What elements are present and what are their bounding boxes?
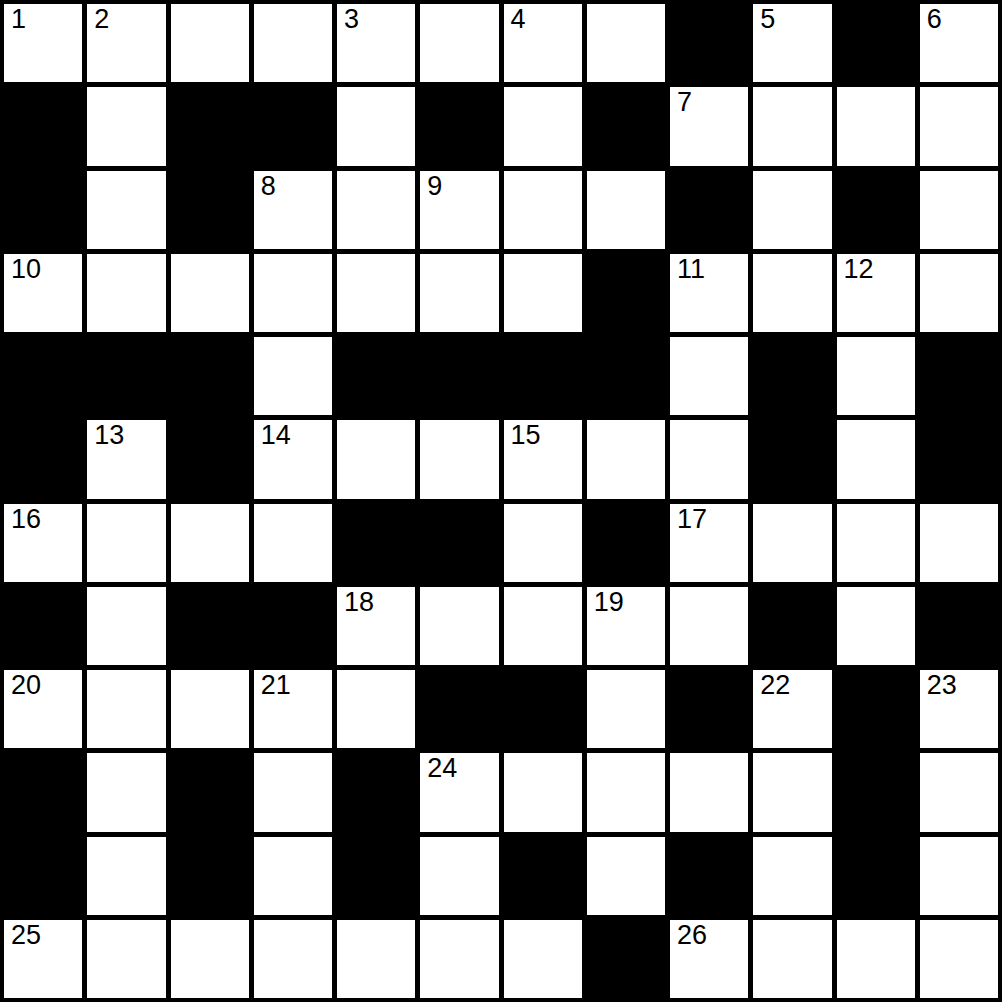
white-cell[interactable] (587, 420, 665, 498)
white-cell[interactable] (87, 87, 165, 165)
white-cell[interactable] (920, 504, 998, 582)
clue-number: 2 (94, 5, 109, 35)
white-cell[interactable] (753, 920, 831, 998)
white-cell[interactable] (587, 837, 665, 915)
clue-number: 16 (11, 505, 41, 535)
black-cell (171, 420, 249, 498)
white-cell[interactable] (504, 504, 582, 582)
white-cell[interactable] (837, 337, 915, 415)
white-cell[interactable] (837, 504, 915, 582)
black-cell (4, 337, 82, 415)
white-cell[interactable]: 16 (4, 504, 82, 582)
white-cell[interactable]: 22 (753, 670, 831, 748)
white-cell[interactable] (504, 920, 582, 998)
clue-number: 11 (677, 255, 705, 285)
clue-number: 21 (261, 671, 291, 701)
white-cell[interactable] (254, 254, 332, 332)
black-cell (420, 87, 498, 165)
white-cell[interactable]: 24 (420, 753, 498, 831)
white-cell[interactable]: 9 (420, 171, 498, 249)
white-cell[interactable] (753, 837, 831, 915)
black-cell (837, 4, 915, 82)
clue-number: 18 (344, 588, 374, 618)
clue-number: 20 (11, 671, 41, 701)
white-cell[interactable] (87, 920, 165, 998)
clue-number: 5 (760, 5, 775, 35)
white-cell[interactable] (171, 254, 249, 332)
clue-number: 10 (11, 255, 41, 285)
black-cell (87, 337, 165, 415)
white-cell[interactable] (670, 753, 748, 831)
white-cell[interactable] (587, 4, 665, 82)
black-cell (504, 337, 582, 415)
white-cell[interactable] (587, 753, 665, 831)
black-cell (504, 837, 582, 915)
black-cell (670, 4, 748, 82)
white-cell[interactable] (837, 420, 915, 498)
white-cell[interactable] (670, 337, 748, 415)
white-cell[interactable] (420, 587, 498, 665)
white-cell[interactable] (837, 87, 915, 165)
clue-number: 9 (427, 172, 442, 202)
white-cell[interactable] (171, 920, 249, 998)
white-cell[interactable] (504, 171, 582, 249)
white-cell[interactable] (420, 4, 498, 82)
black-cell (171, 753, 249, 831)
white-cell[interactable] (753, 254, 831, 332)
white-cell[interactable] (254, 753, 332, 831)
black-cell (171, 337, 249, 415)
white-cell[interactable] (504, 587, 582, 665)
white-cell[interactable] (920, 753, 998, 831)
clue-number: 25 (11, 921, 41, 951)
black-cell (420, 337, 498, 415)
black-cell (337, 337, 415, 415)
clue-number: 24 (427, 754, 457, 784)
clue-number: 1 (11, 5, 26, 35)
white-cell[interactable] (171, 670, 249, 748)
white-cell[interactable] (670, 420, 748, 498)
white-cell[interactable] (420, 420, 498, 498)
black-cell (171, 837, 249, 915)
white-cell[interactable] (87, 670, 165, 748)
clue-number: 14 (261, 421, 291, 451)
white-cell[interactable] (920, 171, 998, 249)
white-cell[interactable]: 5 (753, 4, 831, 82)
black-cell (670, 670, 748, 748)
white-cell[interactable]: 11 (670, 254, 748, 332)
black-cell (4, 420, 82, 498)
black-cell (837, 753, 915, 831)
white-cell[interactable] (254, 837, 332, 915)
white-cell[interactable] (587, 670, 665, 748)
black-cell (254, 87, 332, 165)
white-cell[interactable] (87, 504, 165, 582)
white-cell[interactable]: 25 (4, 920, 82, 998)
white-cell[interactable]: 12 (837, 254, 915, 332)
black-cell (4, 87, 82, 165)
white-cell[interactable] (254, 337, 332, 415)
white-cell[interactable]: 18 (337, 587, 415, 665)
white-cell[interactable] (753, 171, 831, 249)
white-cell[interactable] (504, 753, 582, 831)
white-cell[interactable] (753, 753, 831, 831)
white-cell[interactable]: 26 (670, 920, 748, 998)
black-cell (837, 171, 915, 249)
black-cell (920, 420, 998, 498)
black-cell (337, 504, 415, 582)
white-cell[interactable]: 3 (337, 4, 415, 82)
clue-number: 7 (677, 88, 692, 118)
white-cell[interactable] (920, 920, 998, 998)
white-cell[interactable] (504, 87, 582, 165)
white-cell[interactable] (420, 837, 498, 915)
white-cell[interactable]: 2 (87, 4, 165, 82)
white-cell[interactable] (420, 254, 498, 332)
white-cell[interactable] (87, 587, 165, 665)
white-cell[interactable] (337, 420, 415, 498)
clue-number: 23 (927, 671, 957, 701)
white-cell[interactable] (337, 171, 415, 249)
black-cell (753, 587, 831, 665)
black-cell (171, 87, 249, 165)
clue-number: 6 (927, 5, 942, 35)
clue-number: 13 (94, 421, 124, 451)
white-cell[interactable] (87, 171, 165, 249)
black-cell (171, 171, 249, 249)
white-cell[interactable]: 17 (670, 504, 748, 582)
black-cell (837, 670, 915, 748)
black-cell (670, 837, 748, 915)
black-cell (587, 337, 665, 415)
black-cell (920, 337, 998, 415)
clue-number: 8 (261, 172, 276, 202)
black-cell (420, 504, 498, 582)
white-cell[interactable] (753, 504, 831, 582)
black-cell (587, 504, 665, 582)
clue-number: 26 (677, 921, 707, 951)
black-cell (254, 587, 332, 665)
black-cell (837, 837, 915, 915)
white-cell[interactable] (670, 587, 748, 665)
white-cell[interactable] (87, 837, 165, 915)
black-cell (587, 254, 665, 332)
white-cell[interactable]: 20 (4, 670, 82, 748)
white-cell[interactable]: 19 (587, 587, 665, 665)
white-cell[interactable] (87, 753, 165, 831)
clue-number: 22 (760, 671, 790, 701)
white-cell[interactable] (171, 4, 249, 82)
white-cell[interactable]: 23 (920, 670, 998, 748)
black-cell (337, 837, 415, 915)
black-cell (504, 670, 582, 748)
clue-number: 19 (594, 588, 624, 618)
black-cell (587, 87, 665, 165)
white-cell[interactable] (920, 87, 998, 165)
black-cell (4, 837, 82, 915)
white-cell[interactable]: 21 (254, 670, 332, 748)
clue-number: 12 (844, 255, 874, 285)
white-cell[interactable] (504, 254, 582, 332)
white-cell[interactable] (337, 920, 415, 998)
white-cell[interactable]: 7 (670, 87, 748, 165)
black-cell (587, 920, 665, 998)
black-cell (753, 420, 831, 498)
white-cell[interactable] (171, 504, 249, 582)
black-cell (171, 587, 249, 665)
white-cell[interactable] (254, 920, 332, 998)
white-cell[interactable] (337, 254, 415, 332)
clue-number: 3 (344, 5, 359, 35)
black-cell (420, 670, 498, 748)
black-cell (4, 753, 82, 831)
clue-number: 17 (677, 505, 707, 535)
white-cell[interactable]: 1 (4, 4, 82, 82)
black-cell (4, 171, 82, 249)
white-cell[interactable] (920, 254, 998, 332)
white-cell[interactable] (337, 670, 415, 748)
white-cell[interactable] (837, 920, 915, 998)
black-cell (920, 587, 998, 665)
white-cell[interactable]: 14 (254, 420, 332, 498)
black-cell (753, 337, 831, 415)
clue-number: 4 (511, 5, 526, 35)
white-cell[interactable]: 6 (920, 4, 998, 82)
white-cell[interactable]: 8 (254, 171, 332, 249)
white-cell[interactable]: 10 (4, 254, 82, 332)
white-cell[interactable] (420, 920, 498, 998)
black-cell (670, 171, 748, 249)
crossword-board: 1234567891011121314151617181920212223242… (0, 0, 1002, 1002)
white-cell[interactable] (87, 254, 165, 332)
white-cell[interactable] (254, 4, 332, 82)
white-cell[interactable]: 15 (504, 420, 582, 498)
white-cell[interactable] (920, 837, 998, 915)
clue-number: 15 (511, 421, 541, 451)
white-cell[interactable] (254, 504, 332, 582)
white-cell[interactable] (337, 87, 415, 165)
white-cell[interactable] (587, 171, 665, 249)
white-cell[interactable] (837, 587, 915, 665)
black-cell (337, 753, 415, 831)
white-cell[interactable]: 13 (87, 420, 165, 498)
black-cell (4, 587, 82, 665)
white-cell[interactable] (753, 87, 831, 165)
white-cell[interactable]: 4 (504, 4, 582, 82)
